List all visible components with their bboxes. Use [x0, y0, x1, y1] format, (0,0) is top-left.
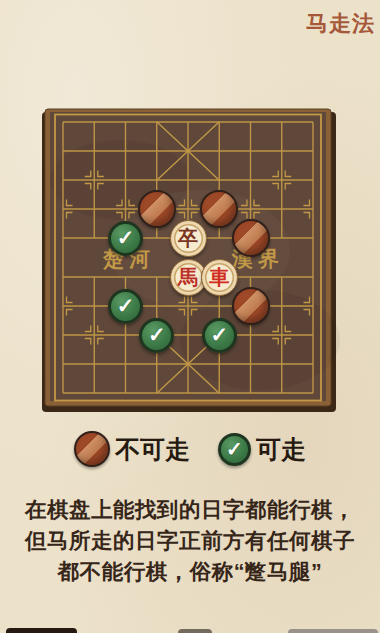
bottom-button-partial-middle[interactable] — [178, 629, 212, 633]
bottom-button-partial-right[interactable] — [288, 629, 378, 633]
allowed-icon: ✓ — [218, 433, 251, 466]
legend-item-blocked: 不可走 — [74, 431, 190, 467]
rule-description: 在棋盘上能找到的日字都能行棋， 但马所走的日字正前方有任何棋子 都不能行棋，俗称… — [0, 495, 380, 588]
allowed-point[interactable]: ✓ — [108, 221, 143, 256]
blocked-point — [138, 190, 176, 228]
bottom-button-partial-left[interactable] — [6, 628, 77, 633]
blocked-icon — [74, 431, 110, 467]
allowed-point[interactable]: ✓ — [202, 318, 237, 353]
rule-line-1: 在棋盘上能找到的日字都能行棋， — [0, 495, 380, 526]
tutorial-screen: 马走法 楚河 漢界 ✓卒馬車✓✓✓ 不可走 ✓ 可走 在棋盘上能找到的日字都能行… — [0, 0, 380, 633]
piece-black-soldier: 卒 — [170, 220, 207, 257]
allowed-point[interactable]: ✓ — [108, 289, 143, 324]
legend-label-allowed: 可走 — [256, 433, 306, 466]
piece-red-chariot: 車 — [201, 259, 238, 296]
blocked-point — [232, 287, 270, 325]
rule-line-3: 都不能行棋，俗称“蹩马腿” — [0, 557, 380, 588]
rule-line-2: 但马所走的日字正前方有任何棋子 — [0, 526, 380, 557]
legend-label-blocked: 不可走 — [115, 433, 190, 466]
allowed-point[interactable]: ✓ — [139, 318, 174, 353]
blocked-point — [200, 190, 238, 228]
blocked-point — [232, 219, 270, 257]
piece-layer: ✓卒馬車✓✓✓ — [47, 108, 328, 408]
legend: 不可走 ✓ 可走 — [0, 431, 380, 467]
legend-item-allowed: ✓ 可走 — [218, 433, 306, 466]
